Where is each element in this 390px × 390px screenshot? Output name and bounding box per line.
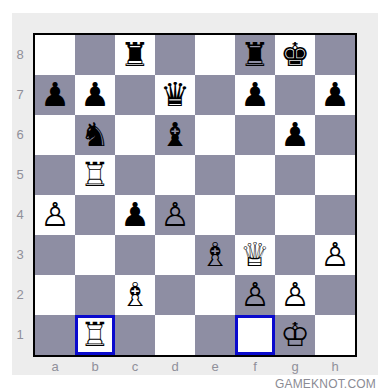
square-h7[interactable]: ♟ bbox=[315, 75, 355, 115]
square-e2[interactable] bbox=[195, 275, 235, 315]
site-watermark: GAMEKNOT.COM bbox=[275, 377, 376, 390]
rank-label-5: 5 bbox=[12, 155, 28, 195]
black-queen: ♛ bbox=[160, 78, 190, 113]
square-b4[interactable] bbox=[75, 195, 115, 235]
black-rook: ♜ bbox=[120, 38, 150, 73]
square-h3[interactable]: ♙ bbox=[315, 235, 355, 275]
rank-label-4: 4 bbox=[12, 195, 28, 235]
white-rook: ♖ bbox=[80, 318, 110, 353]
white-pawn: ♙ bbox=[320, 238, 350, 273]
rank-label-8: 8 bbox=[12, 35, 28, 75]
square-a6[interactable] bbox=[35, 115, 75, 155]
square-f2[interactable]: ♙ bbox=[235, 275, 275, 315]
square-a4[interactable]: ♙ bbox=[35, 195, 75, 235]
square-h6[interactable] bbox=[315, 115, 355, 155]
black-knight: ♞ bbox=[80, 118, 110, 153]
file-label-e: e bbox=[195, 359, 235, 375]
square-c4[interactable]: ♟ bbox=[115, 195, 155, 235]
square-g7[interactable] bbox=[275, 75, 315, 115]
square-c8[interactable]: ♜ bbox=[115, 35, 155, 75]
square-d7[interactable]: ♛ bbox=[155, 75, 195, 115]
file-label-b: b bbox=[75, 359, 115, 375]
square-f8[interactable]: ♜ bbox=[235, 35, 275, 75]
file-label-a: a bbox=[35, 359, 75, 375]
square-d3[interactable] bbox=[155, 235, 195, 275]
rank-label-3: 3 bbox=[12, 235, 28, 275]
square-b2[interactable] bbox=[75, 275, 115, 315]
square-f1[interactable] bbox=[235, 315, 275, 355]
rank-label-2: 2 bbox=[12, 275, 28, 315]
square-c6[interactable] bbox=[115, 115, 155, 155]
white-rook: ♖ bbox=[80, 158, 110, 193]
square-d6[interactable]: ♝ bbox=[155, 115, 195, 155]
black-pawn: ♟ bbox=[320, 78, 350, 113]
white-pawn: ♙ bbox=[40, 198, 70, 233]
black-pawn: ♟ bbox=[280, 118, 310, 153]
white-king: ♔ bbox=[280, 318, 310, 353]
square-d1[interactable] bbox=[155, 315, 195, 355]
white-queen: ♕ bbox=[240, 238, 270, 273]
square-g2[interactable]: ♙ bbox=[275, 275, 315, 315]
square-g4[interactable] bbox=[275, 195, 315, 235]
square-c3[interactable] bbox=[115, 235, 155, 275]
square-h2[interactable] bbox=[315, 275, 355, 315]
white-pawn: ♙ bbox=[160, 198, 190, 233]
square-c7[interactable] bbox=[115, 75, 155, 115]
file-label-f: f bbox=[235, 359, 275, 375]
square-g5[interactable] bbox=[275, 155, 315, 195]
square-a7[interactable]: ♟ bbox=[35, 75, 75, 115]
square-h5[interactable] bbox=[315, 155, 355, 195]
square-h1[interactable] bbox=[315, 315, 355, 355]
square-f6[interactable] bbox=[235, 115, 275, 155]
white-bishop: ♗ bbox=[200, 238, 230, 273]
square-f5[interactable] bbox=[235, 155, 275, 195]
square-e6[interactable] bbox=[195, 115, 235, 155]
square-a3[interactable] bbox=[35, 235, 75, 275]
file-label-d: d bbox=[155, 359, 195, 375]
square-b3[interactable] bbox=[75, 235, 115, 275]
square-e3[interactable]: ♗ bbox=[195, 235, 235, 275]
square-h4[interactable] bbox=[315, 195, 355, 235]
square-d8[interactable] bbox=[155, 35, 195, 75]
square-b1[interactable]: ♖ bbox=[75, 315, 115, 355]
file-label-c: c bbox=[115, 359, 155, 375]
square-g3[interactable] bbox=[275, 235, 315, 275]
square-d5[interactable] bbox=[155, 155, 195, 195]
square-b6[interactable]: ♞ bbox=[75, 115, 115, 155]
white-bishop: ♗ bbox=[120, 278, 150, 313]
square-a1[interactable] bbox=[35, 315, 75, 355]
square-d2[interactable] bbox=[155, 275, 195, 315]
square-e5[interactable] bbox=[195, 155, 235, 195]
square-g6[interactable]: ♟ bbox=[275, 115, 315, 155]
square-h8[interactable] bbox=[315, 35, 355, 75]
black-pawn: ♟ bbox=[120, 198, 150, 233]
square-b5[interactable]: ♖ bbox=[75, 155, 115, 195]
square-f7[interactable]: ♟ bbox=[235, 75, 275, 115]
square-d4[interactable]: ♙ bbox=[155, 195, 195, 235]
black-king: ♚ bbox=[280, 38, 310, 73]
square-a8[interactable] bbox=[35, 35, 75, 75]
square-a2[interactable] bbox=[35, 275, 75, 315]
file-label-h: h bbox=[315, 359, 355, 375]
square-g8[interactable]: ♚ bbox=[275, 35, 315, 75]
file-label-g: g bbox=[275, 359, 315, 375]
square-e7[interactable] bbox=[195, 75, 235, 115]
square-c2[interactable]: ♗ bbox=[115, 275, 155, 315]
rank-label-1: 1 bbox=[12, 315, 28, 355]
rank-label-7: 7 bbox=[12, 75, 28, 115]
chess-board: ♜♜♚♟♟♛♟♟♞♝♟♖♙♟♙♗♕♙♗♙♙♖♔ bbox=[33, 33, 357, 357]
white-pawn: ♙ bbox=[280, 278, 310, 313]
square-c5[interactable] bbox=[115, 155, 155, 195]
black-bishop: ♝ bbox=[160, 118, 190, 153]
white-pawn: ♙ bbox=[240, 278, 270, 313]
square-e4[interactable] bbox=[195, 195, 235, 235]
black-pawn: ♟ bbox=[240, 78, 270, 113]
square-e8[interactable] bbox=[195, 35, 235, 75]
rank-label-6: 6 bbox=[12, 115, 28, 155]
square-b7[interactable]: ♟ bbox=[75, 75, 115, 115]
square-f4[interactable] bbox=[235, 195, 275, 235]
square-c1[interactable] bbox=[115, 315, 155, 355]
square-a5[interactable] bbox=[35, 155, 75, 195]
black-pawn: ♟ bbox=[80, 78, 110, 113]
black-pawn: ♟ bbox=[40, 78, 70, 113]
square-f3[interactable]: ♕ bbox=[235, 235, 275, 275]
square-e1[interactable] bbox=[195, 315, 235, 355]
square-g1[interactable]: ♔ bbox=[275, 315, 315, 355]
black-rook: ♜ bbox=[240, 38, 270, 73]
chess-game-page: 87654321 abcdefgh ♜♜♚♟♟♛♟♟♞♝♟♖♙♟♙♗♕♙♗♙♙♖… bbox=[0, 0, 390, 390]
square-b8[interactable] bbox=[75, 35, 115, 75]
